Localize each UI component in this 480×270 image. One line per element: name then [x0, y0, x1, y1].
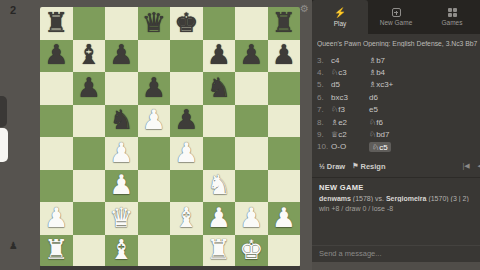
move-row: 6.bxc3d6 — [312, 91, 480, 103]
game-panel: ⚡ Play New Game Games Queen's Pawn Openi… — [312, 0, 480, 270]
square-d2[interactable] — [138, 202, 171, 235]
white-rook-piece[interactable]: ♜ — [207, 237, 231, 264]
move-number: 4. — [317, 68, 331, 77]
draw-label: Draw — [327, 162, 345, 171]
square-g2[interactable]: ♟ — [235, 202, 268, 235]
player2-name[interactable]: Sergiomeira — [386, 195, 426, 202]
move-row: 9.♕c2♘bd7 — [312, 128, 480, 140]
square-d8[interactable]: ♛ — [138, 7, 171, 40]
pawn-icon: ♟ — [9, 240, 18, 251]
move-number: 3. — [317, 56, 331, 65]
black-move[interactable]: ♘bd7 — [369, 130, 390, 139]
move-number: 7. — [317, 105, 331, 114]
black-king-piece[interactable]: ♚ — [174, 10, 198, 37]
move-row: 8.♗e2♘f6 — [312, 116, 480, 128]
white-bishop-piece[interactable]: ♝ — [174, 205, 198, 232]
divider — [312, 177, 480, 178]
square-d5[interactable]: ♟ — [138, 105, 171, 138]
square-c2[interactable]: ♛ — [105, 202, 138, 235]
square-c4[interactable]: ♟ — [105, 137, 138, 170]
move-row: 5.d5♗xc3+ — [312, 79, 480, 91]
black-move[interactable]: ♗b7 — [369, 56, 385, 65]
square-c6[interactable] — [105, 72, 138, 105]
white-move[interactable]: ♘c3 — [331, 68, 347, 77]
black-rook-piece[interactable]: ♜ — [44, 10, 68, 37]
square-e2[interactable]: ♝ — [170, 202, 203, 235]
tab-games[interactable]: Games — [424, 0, 480, 34]
square-c3[interactable]: ♟ — [105, 170, 138, 203]
square-b8[interactable] — [73, 7, 106, 40]
tab-play-label: Play — [334, 20, 347, 27]
square-a2[interactable]: ♟ — [40, 202, 73, 235]
square-e4[interactable]: ♟ — [170, 137, 203, 170]
square-a6[interactable] — [40, 72, 73, 105]
square-b1[interactable] — [73, 235, 106, 268]
new-game-title: NEW GAME — [319, 183, 476, 192]
matchup-line: denwams (1578) vs. Sergiomeira (1570) (3… — [319, 195, 476, 202]
black-move[interactable]: ♗b4 — [369, 68, 385, 77]
white-pawn-piece[interactable]: ♟ — [272, 205, 296, 232]
resign-label: Resign — [360, 162, 385, 171]
square-a7[interactable]: ♟ — [40, 40, 73, 73]
square-f1[interactable]: ♜ — [203, 235, 236, 268]
black-pawn-piece[interactable]: ♟ — [142, 75, 166, 102]
rating-stakes: win +8 / draw 0 / lose -8 — [319, 205, 476, 212]
black-pawn-piece[interactable]: ♟ — [272, 42, 296, 69]
black-pawn-piece[interactable]: ♟ — [207, 42, 231, 69]
square-h3[interactable] — [268, 170, 301, 203]
square-e7[interactable] — [170, 40, 203, 73]
move-list: 3.c4♗b74.♘c3♗b45.d5♗xc3+6.bxc3d67.♘f3e58… — [312, 54, 480, 153]
square-h1[interactable] — [268, 235, 301, 268]
square-h7[interactable]: ♟ — [268, 40, 301, 73]
square-b5[interactable] — [73, 105, 106, 138]
square-e3[interactable] — [170, 170, 203, 203]
square-g7[interactable]: ♟ — [235, 40, 268, 73]
draw-button[interactable]: ½ Draw — [319, 162, 345, 171]
square-b2[interactable] — [73, 202, 106, 235]
player1-name[interactable]: denwams — [319, 195, 351, 202]
square-g8[interactable] — [235, 7, 268, 40]
partial-light-piece — [0, 128, 8, 162]
black-knight-piece[interactable]: ♞ — [207, 75, 231, 102]
square-h8[interactable]: ♜ — [268, 7, 301, 40]
square-b3[interactable] — [73, 170, 106, 203]
move-number: 5. — [317, 80, 331, 89]
square-e1[interactable] — [170, 235, 203, 268]
white-rook-piece[interactable]: ♜ — [44, 237, 68, 264]
square-a4[interactable] — [40, 137, 73, 170]
square-d7[interactable] — [138, 40, 171, 73]
move-number: 10. — [317, 142, 331, 151]
chat-input[interactable]: Send a message... — [319, 249, 382, 258]
tab-new-game[interactable]: New Game — [368, 0, 424, 34]
square-g1[interactable]: ♚ — [235, 235, 268, 268]
square-c7[interactable]: ♟ — [105, 40, 138, 73]
vs-label: vs. — [375, 195, 384, 202]
square-d1[interactable] — [138, 235, 171, 268]
square-h6[interactable] — [268, 72, 301, 105]
white-pawn-piece[interactable]: ♟ — [109, 140, 133, 167]
white-move[interactable]: c4 — [331, 56, 339, 65]
black-knight-piece[interactable]: ♞ — [109, 107, 133, 134]
square-f2[interactable]: ♟ — [203, 202, 236, 235]
move-row: 3.c4♗b7 — [312, 54, 480, 66]
move-row: 7.♘f3e5 — [312, 104, 480, 116]
square-e8[interactable]: ♚ — [170, 7, 203, 40]
resign-button[interactable]: ⚑ Resign — [352, 162, 385, 171]
tab-games-label: Games — [442, 19, 463, 26]
time-control: (3 | 2) — [451, 195, 469, 202]
black-pawn-piece[interactable]: ♟ — [109, 42, 133, 69]
square-g6[interactable] — [235, 72, 268, 105]
square-d6[interactable]: ♟ — [138, 72, 171, 105]
bottom-strip — [312, 262, 480, 270]
black-queen-piece[interactable]: ♛ — [142, 10, 166, 37]
square-f5[interactable] — [203, 105, 236, 138]
black-move[interactable]: ♗xc3+ — [369, 80, 393, 89]
square-c8[interactable] — [105, 7, 138, 40]
black-pawn-piece[interactable]: ♟ — [239, 42, 263, 69]
square-a3[interactable] — [40, 170, 73, 203]
square-c1[interactable]: ♝ — [105, 235, 138, 268]
square-a1[interactable]: ♜ — [40, 235, 73, 268]
square-b6[interactable]: ♟ — [73, 72, 106, 105]
black-move-current[interactable]: ♘c5 — [369, 142, 391, 152]
nav-first-icon[interactable]: |◀ — [462, 162, 469, 170]
white-move[interactable]: ♕c2 — [331, 130, 347, 139]
move-number: 9. — [317, 130, 331, 139]
move-row: 4.♘c3♗b4 — [312, 66, 480, 78]
white-move[interactable]: bxc3 — [331, 93, 348, 102]
white-bishop-piece[interactable]: ♝ — [109, 237, 133, 264]
player1-rating: (1578) — [353, 195, 373, 202]
white-pawn-piece[interactable]: ♟ — [142, 107, 166, 134]
square-f4[interactable] — [203, 137, 236, 170]
white-move[interactable]: ♘f3 — [331, 105, 345, 114]
white-king-piece[interactable]: ♚ — [239, 237, 263, 264]
move-number: 8. — [317, 118, 331, 127]
board-bottom-edge — [40, 266, 300, 270]
black-bishop-piece[interactable]: ♝ — [77, 42, 101, 69]
tab-new-game-label: New Game — [380, 19, 413, 26]
notification-count: 2 — [10, 4, 16, 16]
white-move[interactable]: d5 — [331, 80, 340, 89]
white-pawn-piece[interactable]: ♟ — [44, 205, 68, 232]
square-h5[interactable] — [268, 105, 301, 138]
square-d3[interactable] — [138, 170, 171, 203]
square-a8[interactable]: ♜ — [40, 7, 73, 40]
square-d4[interactable] — [138, 137, 171, 170]
black-pawn-piece[interactable]: ♟ — [174, 107, 198, 134]
square-b7[interactable]: ♝ — [73, 40, 106, 73]
square-g5[interactable] — [235, 105, 268, 138]
panel-tabbar: ⚡ Play New Game Games — [312, 0, 480, 34]
square-g4[interactable] — [235, 137, 268, 170]
square-f3[interactable]: ♞ — [203, 170, 236, 203]
white-queen-piece[interactable]: ♛ — [109, 205, 133, 232]
lightning-icon: ⚡ — [334, 8, 346, 18]
opening-name: Queen's Pawn Opening: English Defense, 3… — [317, 40, 478, 47]
partial-dark-piece — [0, 96, 7, 127]
grid-icon — [448, 8, 457, 17]
board-settings-gear-icon[interactable]: ⚙ — [300, 3, 309, 14]
move-number: 6. — [317, 93, 331, 102]
white-pawn-piece[interactable]: ♟ — [207, 205, 231, 232]
white-pawn-piece[interactable]: ♟ — [109, 172, 133, 199]
new-game-card: NEW GAME denwams (1578) vs. Sergiomeira … — [319, 183, 476, 212]
square-f7[interactable]: ♟ — [203, 40, 236, 73]
square-b4[interactable] — [73, 137, 106, 170]
game-controls: ½ Draw ⚑ Resign |◀ ◀ — [312, 158, 480, 174]
square-g3[interactable] — [235, 170, 268, 203]
square-f8[interactable] — [203, 7, 236, 40]
move-nav: |◀ ◀ — [462, 162, 480, 170]
white-move[interactable]: O-O — [331, 142, 346, 151]
flag-icon: ⚑ — [352, 162, 358, 170]
black-pawn-piece[interactable]: ♟ — [77, 75, 101, 102]
white-pawn-piece[interactable]: ♟ — [239, 205, 263, 232]
tab-play[interactable]: ⚡ Play — [312, 0, 368, 34]
square-h4[interactable] — [268, 137, 301, 170]
square-h2[interactable]: ♟ — [268, 202, 301, 235]
chat-divider — [312, 245, 480, 246]
black-rook-piece[interactable]: ♜ — [272, 10, 296, 37]
half-point-icon: ½ — [319, 163, 325, 170]
black-pawn-piece[interactable]: ♟ — [44, 42, 68, 69]
move-row: 10.O-O♘c5 — [312, 141, 480, 153]
plus-square-icon — [392, 8, 401, 17]
square-e6[interactable] — [170, 72, 203, 105]
square-c5[interactable]: ♞ — [105, 105, 138, 138]
white-knight-piece[interactable]: ♞ — [207, 172, 231, 199]
square-e5[interactable]: ♟ — [170, 105, 203, 138]
black-move[interactable]: e5 — [369, 105, 378, 114]
chess-board[interactable]: ♜♛♚♜♟♝♟♟♟♟♟♟♞♞♟♟♟♟♟♞♟♛♝♟♟♟♜♝♜♚ — [40, 7, 300, 267]
player2-rating: (1570) — [428, 195, 448, 202]
white-move[interactable]: ♗e2 — [331, 118, 347, 127]
square-a5[interactable] — [40, 105, 73, 138]
square-f6[interactable]: ♞ — [203, 72, 236, 105]
black-move[interactable]: ♘f6 — [369, 118, 383, 127]
white-pawn-piece[interactable]: ♟ — [174, 140, 198, 167]
black-move[interactable]: d6 — [369, 93, 378, 102]
